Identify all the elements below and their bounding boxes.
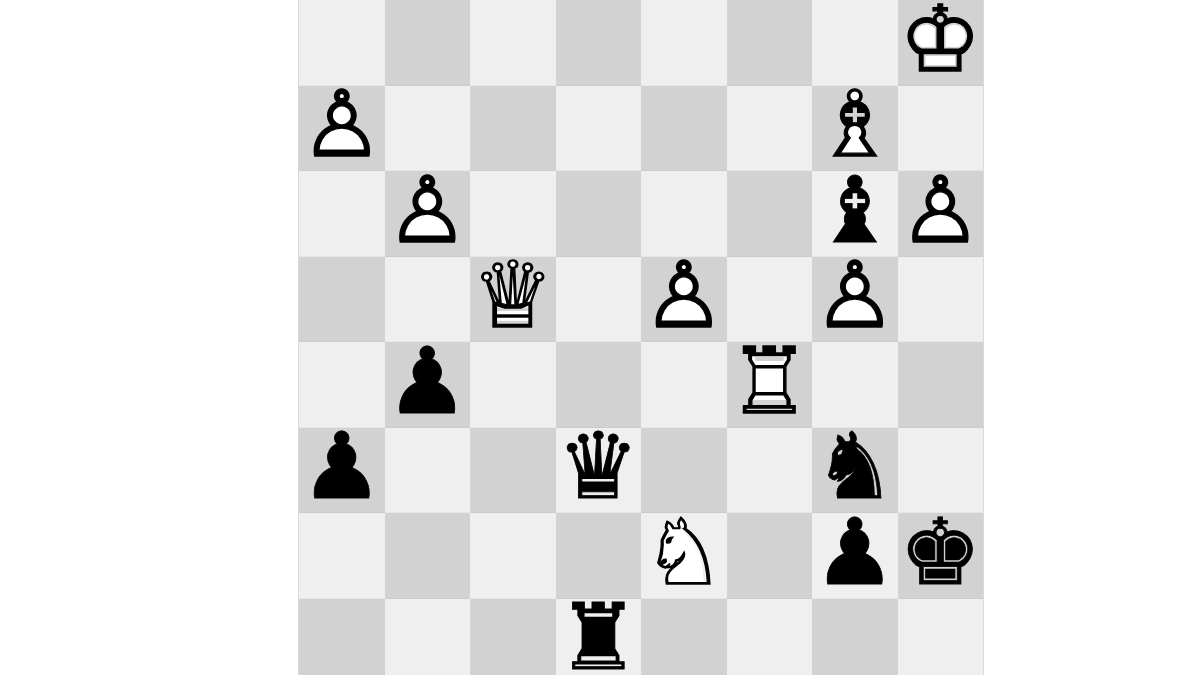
white-pawn: ♟♙ bbox=[812, 257, 898, 343]
square-f6[interactable] bbox=[727, 171, 813, 257]
black-pawn: ♟ bbox=[299, 428, 385, 514]
square-h1[interactable] bbox=[898, 599, 984, 675]
white-pawn: ♟♙ bbox=[385, 171, 471, 257]
square-c7[interactable] bbox=[470, 86, 556, 172]
square-f8[interactable] bbox=[727, 0, 813, 86]
square-c8[interactable] bbox=[470, 0, 556, 86]
square-d3[interactable]: ♛ bbox=[556, 428, 642, 514]
square-e8[interactable] bbox=[641, 0, 727, 86]
square-a6[interactable] bbox=[299, 171, 385, 257]
square-h8[interactable]: ♚♔ bbox=[898, 0, 984, 86]
black-rook: ♜ bbox=[556, 599, 642, 675]
square-b7[interactable] bbox=[385, 86, 471, 172]
square-b4[interactable]: ♟ bbox=[385, 342, 471, 428]
square-d2[interactable] bbox=[556, 513, 642, 599]
square-f3[interactable] bbox=[727, 428, 813, 514]
black-bishop: ♝ bbox=[812, 171, 898, 257]
square-e4[interactable] bbox=[641, 342, 727, 428]
square-b6[interactable]: ♟♙ bbox=[385, 171, 471, 257]
square-c5[interactable]: ♛♕ bbox=[470, 257, 556, 343]
square-d5[interactable] bbox=[556, 257, 642, 343]
square-h7[interactable] bbox=[898, 86, 984, 172]
square-d8[interactable] bbox=[556, 0, 642, 86]
square-a7[interactable]: ♟♙ bbox=[299, 86, 385, 172]
square-b5[interactable] bbox=[385, 257, 471, 343]
black-queen: ♛ bbox=[556, 428, 642, 514]
white-pawn: ♟♙ bbox=[641, 257, 727, 343]
white-bishop: ♝♗ bbox=[812, 86, 898, 172]
square-b1[interactable] bbox=[385, 599, 471, 675]
square-d6[interactable] bbox=[556, 171, 642, 257]
black-king: ♚ bbox=[898, 513, 984, 599]
chess-board: ♚♔♟♙♝♗♟♙♝♟♙♛♕♟♙♟♙♟♜♖♟♛♞♞♘♟♚♜ bbox=[299, 0, 983, 675]
square-b3[interactable] bbox=[385, 428, 471, 514]
square-b8[interactable] bbox=[385, 0, 471, 86]
square-c6[interactable] bbox=[470, 171, 556, 257]
square-e5[interactable]: ♟♙ bbox=[641, 257, 727, 343]
square-h5[interactable] bbox=[898, 257, 984, 343]
square-c3[interactable] bbox=[470, 428, 556, 514]
square-a5[interactable] bbox=[299, 257, 385, 343]
square-e3[interactable] bbox=[641, 428, 727, 514]
square-b2[interactable] bbox=[385, 513, 471, 599]
square-f1[interactable] bbox=[727, 599, 813, 675]
square-g2[interactable]: ♟ bbox=[812, 513, 898, 599]
square-d4[interactable] bbox=[556, 342, 642, 428]
square-g7[interactable]: ♝♗ bbox=[812, 86, 898, 172]
square-a3[interactable]: ♟ bbox=[299, 428, 385, 514]
square-g3[interactable]: ♞ bbox=[812, 428, 898, 514]
square-h4[interactable] bbox=[898, 342, 984, 428]
square-g5[interactable]: ♟♙ bbox=[812, 257, 898, 343]
square-f7[interactable] bbox=[727, 86, 813, 172]
square-g8[interactable] bbox=[812, 0, 898, 86]
white-pawn: ♟♙ bbox=[299, 86, 385, 172]
square-g6[interactable]: ♝ bbox=[812, 171, 898, 257]
white-pawn: ♟♙ bbox=[898, 171, 984, 257]
page: ♚♔♟♙♝♗♟♙♝♟♙♛♕♟♙♟♙♟♜♖♟♛♞♞♘♟♚♜ bbox=[0, 0, 1200, 675]
square-c4[interactable] bbox=[470, 342, 556, 428]
square-a2[interactable] bbox=[299, 513, 385, 599]
square-e6[interactable] bbox=[641, 171, 727, 257]
white-king: ♚♔ bbox=[898, 0, 984, 86]
square-g1[interactable] bbox=[812, 599, 898, 675]
square-h2[interactable]: ♚ bbox=[898, 513, 984, 599]
square-h6[interactable]: ♟♙ bbox=[898, 171, 984, 257]
square-a4[interactable] bbox=[299, 342, 385, 428]
white-knight: ♞♘ bbox=[641, 513, 727, 599]
square-e2[interactable]: ♞♘ bbox=[641, 513, 727, 599]
square-f4[interactable]: ♜♖ bbox=[727, 342, 813, 428]
square-a1[interactable] bbox=[299, 599, 385, 675]
square-a8[interactable] bbox=[299, 0, 385, 86]
square-f5[interactable] bbox=[727, 257, 813, 343]
square-d1[interactable]: ♜ bbox=[556, 599, 642, 675]
square-g4[interactable] bbox=[812, 342, 898, 428]
square-e1[interactable] bbox=[641, 599, 727, 675]
white-rook: ♜♖ bbox=[727, 342, 813, 428]
white-queen: ♛♕ bbox=[470, 257, 556, 343]
black-knight: ♞ bbox=[812, 428, 898, 514]
square-d7[interactable] bbox=[556, 86, 642, 172]
black-pawn: ♟ bbox=[812, 513, 898, 599]
square-c1[interactable] bbox=[470, 599, 556, 675]
square-e7[interactable] bbox=[641, 86, 727, 172]
black-pawn: ♟ bbox=[385, 342, 471, 428]
square-f2[interactable] bbox=[727, 513, 813, 599]
square-c2[interactable] bbox=[470, 513, 556, 599]
square-h3[interactable] bbox=[898, 428, 984, 514]
